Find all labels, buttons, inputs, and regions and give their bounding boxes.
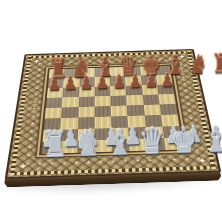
silver-knight[interactable]: ♞ (74, 125, 102, 162)
border-stripe-band (10, 56, 32, 175)
square-h4[interactable] (160, 104, 178, 115)
square-g4[interactable] (143, 104, 161, 115)
square-a5[interactable] (46, 97, 63, 108)
silver-king[interactable]: ♚ (170, 122, 198, 159)
copper-pawn[interactable]: ♟ (96, 73, 110, 91)
corner-star-inlay: ✦ (17, 162, 28, 171)
copper-pawn[interactable]: ♟ (160, 71, 174, 89)
piece-slot-a1: ♜ (38, 120, 72, 163)
square-f5[interactable] (126, 95, 143, 106)
board-tilt-wrapper: ✦ ✦ ✦ ✦ ♜♞♝♛♚♝♞♜♟♟♟♟♟♟♟♟♟♟♟♟♟♟♟♟♜♞♝♛♚♝♞♜ (0, 0, 222, 222)
copper-pawn[interactable]: ♟ (47, 75, 61, 93)
square-c5[interactable] (78, 96, 94, 107)
square-g5[interactable] (142, 94, 159, 105)
copper-pawn[interactable]: ♟ (128, 72, 142, 90)
piece-slot-e1: ♚ (167, 116, 201, 159)
piece-row-rank1: ♜♞♝♛♚♝♞♜ (38, 117, 186, 164)
silver-queen[interactable]: ♛ (138, 123, 166, 160)
piece-slot-d1: ♛ (135, 117, 169, 160)
silver-bishop[interactable]: ♝ (106, 124, 134, 161)
copper-pawn[interactable]: ♟ (144, 72, 158, 90)
square-h5[interactable] (158, 94, 176, 105)
piece-slot-f1: ♝ (200, 115, 222, 158)
copper-rook[interactable]: ♜ (211, 50, 222, 77)
piece-slot-c1: ♝ (103, 118, 137, 161)
square-a4[interactable] (45, 108, 62, 119)
piece-slot-h8: ♜ (209, 34, 222, 77)
copper-pawn[interactable]: ♟ (63, 74, 77, 92)
piece-slot-b1: ♞ (71, 119, 105, 162)
square-e4[interactable] (111, 105, 128, 116)
square-b4[interactable] (61, 107, 78, 118)
copper-knight[interactable]: ♞ (188, 51, 208, 78)
silver-rook[interactable]: ♜ (41, 126, 69, 163)
copper-pawn[interactable]: ♟ (80, 74, 94, 92)
chess-set-photo: ✦ ✦ ✦ ✦ ♜♞♝♛♚♝♞♜♟♟♟♟♟♟♟♟♟♟♟♟♟♟♟♟♜♞♝♛♚♝♞♜ (0, 0, 222, 222)
square-d5[interactable] (95, 96, 111, 107)
silver-bishop[interactable]: ♝ (203, 121, 222, 158)
piece-slot-g8: ♞ (186, 35, 211, 78)
square-f4[interactable] (127, 105, 144, 116)
square-c4[interactable] (78, 107, 95, 118)
copper-pawn[interactable]: ♟ (112, 73, 126, 91)
corner-star-inlay: ✦ (32, 58, 41, 64)
square-b5[interactable] (62, 97, 79, 108)
square-d4[interactable] (95, 106, 112, 117)
square-e5[interactable] (111, 95, 128, 106)
